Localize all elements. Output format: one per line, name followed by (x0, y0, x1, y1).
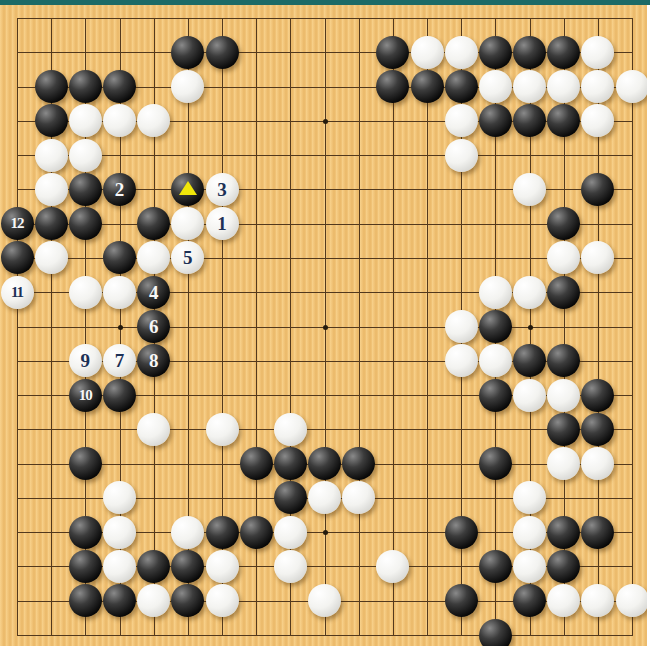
stone-white[interactable] (103, 104, 136, 137)
stone-black[interactable] (206, 36, 239, 69)
stone-white[interactable] (581, 36, 614, 69)
stone-white[interactable] (103, 481, 136, 514)
move-number-label: 6 (149, 310, 159, 343)
stone-white[interactable] (445, 344, 478, 377)
stone-white[interactable] (376, 550, 409, 583)
stone-white[interactable] (547, 379, 580, 412)
stone-white[interactable] (479, 276, 512, 309)
stone-white[interactable] (616, 584, 649, 617)
stone-black[interactable] (308, 447, 341, 480)
stone-black[interactable] (69, 173, 102, 206)
stone-black[interactable] (171, 550, 204, 583)
stone-black[interactable]: 10 (69, 379, 102, 412)
stone-black[interactable] (274, 481, 307, 514)
stone-black[interactable] (581, 413, 614, 446)
grid-line-vertical (393, 18, 394, 636)
stone-black[interactable] (103, 584, 136, 617)
stone-white[interactable] (411, 36, 444, 69)
stone-white[interactable] (616, 70, 649, 103)
stone-white[interactable] (547, 447, 580, 480)
move-number-label: 9 (81, 344, 91, 377)
stone-white[interactable] (445, 310, 478, 343)
stone-white[interactable] (137, 413, 170, 446)
stone-white[interactable] (274, 516, 307, 549)
stone-black[interactable] (103, 70, 136, 103)
grid-line-vertical (632, 18, 633, 636)
stone-white[interactable] (35, 241, 68, 274)
star-point (528, 325, 533, 330)
stone-white[interactable] (35, 173, 68, 206)
triangle-marker-icon (179, 181, 197, 195)
stone-white[interactable] (274, 550, 307, 583)
stone-black[interactable] (513, 344, 546, 377)
stone-white[interactable] (547, 70, 580, 103)
stone-black[interactable] (445, 516, 478, 549)
grid-line-horizontal (17, 429, 633, 430)
grid-line-vertical (359, 18, 360, 636)
stone-white[interactable] (103, 276, 136, 309)
go-app-screenshot: 231215114697810 (0, 0, 650, 651)
stone-black[interactable]: 4 (137, 276, 170, 309)
move-number-label: 2 (115, 173, 125, 206)
stone-black[interactable] (69, 516, 102, 549)
stone-white[interactable] (581, 584, 614, 617)
stone-white[interactable] (274, 413, 307, 446)
stone-black[interactable] (547, 276, 580, 309)
star-point (323, 119, 328, 124)
stone-white[interactable] (479, 344, 512, 377)
board-bottom-margin (0, 646, 650, 651)
stone-black[interactable] (69, 584, 102, 617)
stone-black[interactable] (513, 104, 546, 137)
stone-white[interactable] (171, 207, 204, 240)
move-number-label: 5 (183, 241, 193, 274)
stone-white[interactable] (445, 36, 478, 69)
stone-black[interactable]: 8 (137, 344, 170, 377)
stone-white[interactable]: 5 (171, 241, 204, 274)
stone-white[interactable] (69, 104, 102, 137)
stone-black[interactable] (445, 584, 478, 617)
stone-black[interactable] (342, 447, 375, 480)
stone-black[interactable] (69, 70, 102, 103)
stone-white[interactable] (547, 584, 580, 617)
star-point (118, 325, 123, 330)
stone-black[interactable] (547, 36, 580, 69)
stone-white[interactable] (445, 104, 478, 137)
stone-white[interactable]: 1 (206, 207, 239, 240)
stone-black[interactable] (411, 70, 444, 103)
stone-black[interactable] (35, 70, 68, 103)
stone-black[interactable]: 12 (1, 207, 34, 240)
stone-white[interactable] (445, 139, 478, 172)
stone-black[interactable] (240, 516, 273, 549)
stone-black[interactable] (171, 36, 204, 69)
stone-white[interactable] (342, 481, 375, 514)
stone-black[interactable] (69, 447, 102, 480)
stone-white[interactable] (547, 241, 580, 274)
stone-white[interactable] (206, 584, 239, 617)
stone-white[interactable] (513, 550, 546, 583)
stone-white[interactable] (513, 481, 546, 514)
move-number-label: 1 (217, 207, 227, 240)
stone-black[interactable] (35, 104, 68, 137)
stone-white[interactable] (103, 516, 136, 549)
stone-white[interactable] (308, 584, 341, 617)
move-number-label: 3 (217, 173, 227, 206)
stone-white[interactable] (171, 516, 204, 549)
stone-black[interactable] (479, 550, 512, 583)
stone-white[interactable] (581, 447, 614, 480)
stone-black[interactable] (479, 36, 512, 69)
stone-black[interactable] (581, 173, 614, 206)
stone-black[interactable] (35, 207, 68, 240)
stone-white[interactable] (137, 584, 170, 617)
move-number-label: 10 (79, 379, 92, 412)
stone-black[interactable] (581, 516, 614, 549)
grid-line-vertical (427, 18, 428, 636)
stone-black[interactable] (547, 207, 580, 240)
stone-black[interactable] (1, 241, 34, 274)
star-point (323, 530, 328, 535)
stone-white[interactable] (137, 241, 170, 274)
stone-white[interactable] (69, 139, 102, 172)
stone-black[interactable] (171, 173, 204, 206)
stone-white[interactable] (308, 481, 341, 514)
stone-black[interactable] (69, 207, 102, 240)
stone-white[interactable] (581, 104, 614, 137)
stone-black[interactable] (513, 584, 546, 617)
stone-white[interactable] (513, 173, 546, 206)
stone-black[interactable] (445, 70, 478, 103)
stone-black[interactable] (479, 379, 512, 412)
stone-white[interactable] (513, 70, 546, 103)
stone-white[interactable] (206, 550, 239, 583)
stone-white[interactable] (103, 550, 136, 583)
stone-white[interactable]: 3 (206, 173, 239, 206)
stone-white[interactable] (581, 70, 614, 103)
move-number-label: 12 (11, 207, 24, 240)
stone-black[interactable] (376, 36, 409, 69)
stone-black[interactable] (103, 241, 136, 274)
stone-black[interactable] (240, 447, 273, 480)
stone-black[interactable] (206, 516, 239, 549)
stone-black[interactable] (69, 550, 102, 583)
stone-white[interactable] (171, 70, 204, 103)
move-number-label: 8 (149, 344, 159, 377)
stone-black[interactable] (479, 310, 512, 343)
stone-black[interactable] (547, 516, 580, 549)
stone-black[interactable] (103, 379, 136, 412)
stone-black[interactable] (513, 36, 546, 69)
stone-black[interactable] (581, 379, 614, 412)
stone-black[interactable] (479, 447, 512, 480)
move-number-label: 4 (149, 276, 159, 309)
grid-line-horizontal (17, 635, 633, 636)
stone-white[interactable]: 9 (69, 344, 102, 377)
stone-black[interactable] (137, 550, 170, 583)
stone-white[interactable] (69, 276, 102, 309)
stone-black[interactable] (376, 70, 409, 103)
stone-white[interactable]: 11 (1, 276, 34, 309)
go-board[interactable]: 231215114697810 (0, 5, 647, 646)
stone-black[interactable] (547, 413, 580, 446)
move-number-label: 7 (115, 344, 125, 377)
stone-white[interactable] (35, 139, 68, 172)
move-number-label: 11 (11, 276, 23, 309)
stone-black[interactable] (274, 447, 307, 480)
stone-black[interactable] (171, 584, 204, 617)
stone-white[interactable] (479, 70, 512, 103)
stone-white[interactable] (581, 241, 614, 274)
stone-black[interactable] (547, 344, 580, 377)
stone-white[interactable] (513, 379, 546, 412)
stone-black[interactable]: 2 (103, 173, 136, 206)
stone-white[interactable] (513, 516, 546, 549)
stone-black[interactable]: 6 (137, 310, 170, 343)
stone-black[interactable] (547, 550, 580, 583)
star-point (323, 325, 328, 330)
stone-black[interactable] (479, 104, 512, 137)
stone-black[interactable] (137, 207, 170, 240)
stone-white[interactable] (513, 276, 546, 309)
stone-white[interactable] (206, 413, 239, 446)
stone-white[interactable]: 7 (103, 344, 136, 377)
stone-black[interactable] (547, 104, 580, 137)
stone-white[interactable] (137, 104, 170, 137)
